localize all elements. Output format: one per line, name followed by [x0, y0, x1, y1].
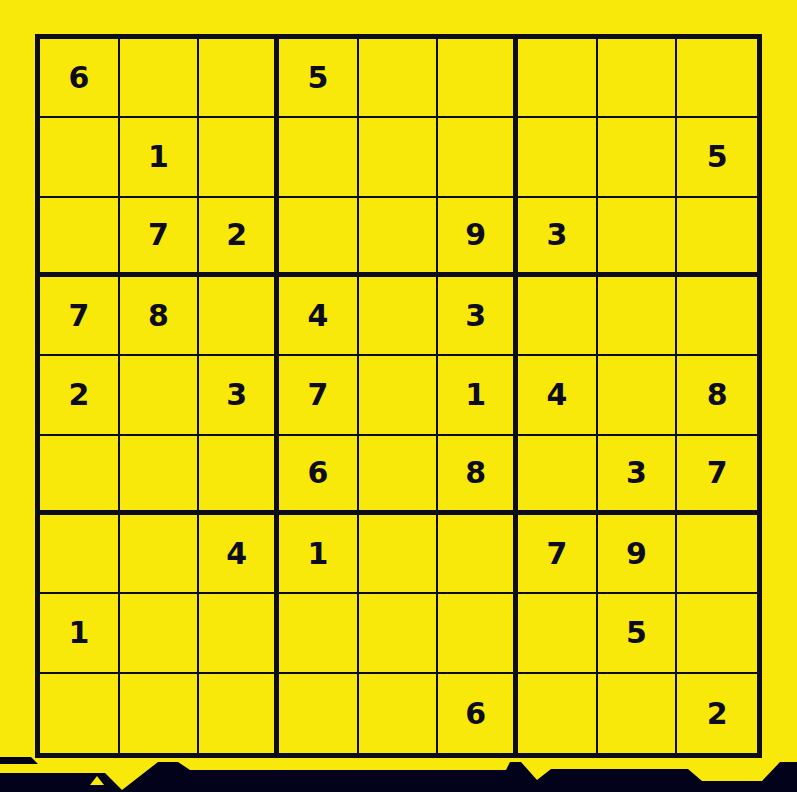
cell-r2c4[interactable] [279, 118, 359, 197]
cell-r6c1[interactable] [40, 436, 120, 515]
cell-r2c7[interactable] [518, 118, 598, 197]
cell-r7c2[interactable] [120, 515, 200, 594]
cell-r7c6[interactable] [438, 515, 518, 594]
cell-r1c2[interactable] [120, 39, 200, 118]
cell-r5c9[interactable]: 8 [677, 356, 757, 435]
cell-r1c3[interactable] [199, 39, 279, 118]
cell-r7c7[interactable]: 7 [518, 515, 598, 594]
cell-r3c5[interactable] [359, 198, 439, 277]
cell-r3c2[interactable]: 7 [120, 198, 200, 277]
cell-r6c9[interactable]: 7 [677, 436, 757, 515]
cell-r3c1[interactable] [40, 198, 120, 277]
cell-r9c4[interactable] [279, 674, 359, 753]
cell-r3c3[interactable]: 2 [199, 198, 279, 277]
cell-r5c2[interactable] [120, 356, 200, 435]
cell-r9c7[interactable] [518, 674, 598, 753]
cell-r6c4[interactable]: 6 [279, 436, 359, 515]
cell-r9c3[interactable] [199, 674, 279, 753]
cell-r7c8[interactable]: 9 [598, 515, 678, 594]
cell-r8c4[interactable] [279, 594, 359, 673]
cell-r6c6[interactable]: 8 [438, 436, 518, 515]
cell-r5c7[interactable]: 4 [518, 356, 598, 435]
cell-r1c6[interactable] [438, 39, 518, 118]
cell-r5c5[interactable] [359, 356, 439, 435]
cell-r2c3[interactable] [199, 118, 279, 197]
cell-r9c9[interactable]: 2 [677, 674, 757, 753]
cell-r8c7[interactable] [518, 594, 598, 673]
cell-r4c7[interactable] [518, 277, 598, 356]
cell-r4c9[interactable] [677, 277, 757, 356]
footer-dark-bar [0, 757, 38, 764]
cell-r1c5[interactable] [359, 39, 439, 118]
cell-r3c6[interactable]: 9 [438, 198, 518, 277]
cell-r4c8[interactable] [598, 277, 678, 356]
cell-r2c1[interactable] [40, 118, 120, 197]
sudoku-board: 651572937843237148683741791562 [35, 34, 762, 758]
cell-r1c1[interactable]: 6 [40, 39, 120, 118]
cell-r4c4[interactable]: 4 [279, 277, 359, 356]
cell-r7c4[interactable]: 1 [279, 515, 359, 594]
cell-r6c8[interactable]: 3 [598, 436, 678, 515]
cell-r2c9[interactable]: 5 [677, 118, 757, 197]
cell-r3c8[interactable] [598, 198, 678, 277]
cell-r7c9[interactable] [677, 515, 757, 594]
cell-r8c1[interactable]: 1 [40, 594, 120, 673]
cell-r5c8[interactable] [598, 356, 678, 435]
cell-r8c9[interactable] [677, 594, 757, 673]
cell-r6c2[interactable] [120, 436, 200, 515]
cell-r7c1[interactable] [40, 515, 120, 594]
cell-r4c1[interactable]: 7 [40, 277, 120, 356]
cell-r9c1[interactable] [40, 674, 120, 753]
cell-r3c4[interactable] [279, 198, 359, 277]
cell-r1c4[interactable]: 5 [279, 39, 359, 118]
cell-r9c5[interactable] [359, 674, 439, 753]
cell-r4c3[interactable] [199, 277, 279, 356]
cell-r8c2[interactable] [120, 594, 200, 673]
cell-r4c6[interactable]: 3 [438, 277, 518, 356]
cell-r6c5[interactable] [359, 436, 439, 515]
cell-r6c3[interactable] [199, 436, 279, 515]
cell-r7c3[interactable]: 4 [199, 515, 279, 594]
cell-r8c5[interactable] [359, 594, 439, 673]
cell-r8c3[interactable] [199, 594, 279, 673]
cell-r2c2[interactable]: 1 [120, 118, 200, 197]
cell-r4c5[interactable] [359, 277, 439, 356]
cell-r1c8[interactable] [598, 39, 678, 118]
cell-r1c9[interactable] [677, 39, 757, 118]
cell-r2c6[interactable] [438, 118, 518, 197]
cell-r2c5[interactable] [359, 118, 439, 197]
cell-r9c6[interactable]: 6 [438, 674, 518, 753]
cell-r8c8[interactable]: 5 [598, 594, 678, 673]
cell-r5c3[interactable]: 3 [199, 356, 279, 435]
cell-r5c6[interactable]: 1 [438, 356, 518, 435]
cell-r5c4[interactable]: 7 [279, 356, 359, 435]
cell-r5c1[interactable]: 2 [40, 356, 120, 435]
cell-r6c7[interactable] [518, 436, 598, 515]
cell-r2c8[interactable] [598, 118, 678, 197]
footer-dark-band [0, 762, 797, 792]
cell-r1c7[interactable] [518, 39, 598, 118]
cell-r9c8[interactable] [598, 674, 678, 753]
cell-r7c5[interactable] [359, 515, 439, 594]
cell-r4c2[interactable]: 8 [120, 277, 200, 356]
footer-decoration [0, 748, 797, 792]
cell-r9c2[interactable] [120, 674, 200, 753]
cell-r8c6[interactable] [438, 594, 518, 673]
cell-r3c7[interactable]: 3 [518, 198, 598, 277]
cell-r3c9[interactable] [677, 198, 757, 277]
